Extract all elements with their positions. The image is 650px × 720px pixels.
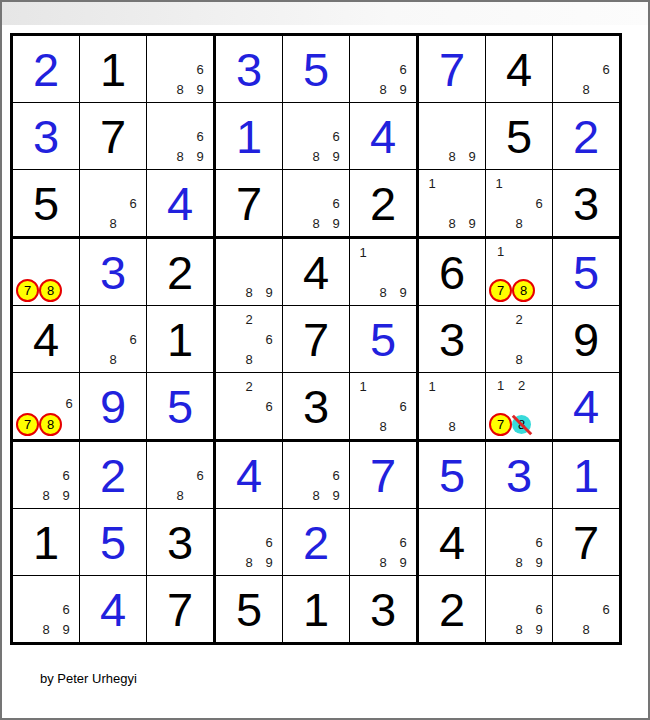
candidate-grid: 689 bbox=[147, 103, 213, 169]
candidate-digit: 9 bbox=[393, 552, 413, 572]
cell-r9c3[interactable]: 7 bbox=[147, 576, 216, 642]
cell-r5c6[interactable]: 5 bbox=[350, 306, 419, 373]
cell-r6c4[interactable]: 26 bbox=[216, 373, 283, 442]
cell-r2c2[interactable]: 7 bbox=[80, 103, 147, 170]
candidate-cell: 7 bbox=[489, 279, 512, 302]
cell-r5c9[interactable]: 9 bbox=[553, 306, 619, 373]
cell-r2c9[interactable]: 2 bbox=[553, 103, 619, 170]
candidate-grid: 689 bbox=[350, 509, 416, 575]
candidate-grid: 68 bbox=[553, 576, 619, 642]
cell-r6c9[interactable]: 4 bbox=[553, 373, 619, 442]
candidate-grid: 678 bbox=[13, 373, 79, 439]
candidate-grid: 689 bbox=[486, 509, 552, 575]
candidate-digit: 8 bbox=[239, 552, 259, 572]
candidate-grid: 689 bbox=[486, 576, 552, 642]
cell-r4c5[interactable]: 4 bbox=[283, 239, 350, 306]
author-credit: by Peter Urhegyi bbox=[40, 671, 648, 686]
given-digit: 7 bbox=[100, 113, 126, 160]
candidate-digit: 6 bbox=[393, 59, 413, 79]
cell-r1c3[interactable]: 689 bbox=[147, 36, 216, 103]
cell-r5c3[interactable]: 1 bbox=[147, 306, 216, 373]
cell-r1c2[interactable]: 1 bbox=[80, 36, 147, 103]
given-digit: 7 bbox=[303, 316, 329, 363]
candidate-digit: 8 bbox=[373, 416, 393, 436]
circled-candidate[interactable]: 7 bbox=[489, 413, 512, 436]
candidate-digit: 9 bbox=[462, 146, 482, 166]
given-digit: 1 bbox=[303, 586, 329, 633]
solved-digit: 5 bbox=[573, 249, 599, 296]
circled-candidate[interactable]: 8 bbox=[39, 279, 62, 302]
cell-r2c5[interactable]: 689 bbox=[283, 103, 350, 170]
given-digit: 5 bbox=[236, 586, 262, 633]
given-digit: 9 bbox=[573, 316, 599, 363]
candidate-digit: 2 bbox=[239, 376, 259, 396]
solved-digit: 3 bbox=[100, 249, 126, 296]
candidate-grid: 178 bbox=[486, 239, 552, 305]
given-digit: 3 bbox=[167, 519, 193, 566]
cell-r6c6[interactable]: 168 bbox=[350, 373, 419, 442]
candidate-digit: 6 bbox=[326, 126, 346, 146]
solved-digit: 3 bbox=[506, 452, 532, 499]
cell-r4c2[interactable]: 3 bbox=[80, 239, 147, 306]
candidate-digit: 8 bbox=[103, 349, 123, 369]
cell-r8c5[interactable]: 2 bbox=[283, 509, 350, 576]
solved-digit: 5 bbox=[303, 46, 329, 93]
candidate-grid: 689 bbox=[216, 509, 282, 575]
cell-r7c2[interactable]: 2 bbox=[80, 442, 147, 509]
candidate-cell: 8 bbox=[39, 413, 62, 436]
candidate-digit: 9 bbox=[326, 213, 346, 233]
candidate-grid: 689 bbox=[283, 442, 349, 508]
cell-r8c6[interactable]: 689 bbox=[350, 509, 419, 576]
solved-digit: 5 bbox=[100, 519, 126, 566]
cell-r1c9[interactable]: 68 bbox=[553, 36, 619, 103]
candidate-digit: 8 bbox=[509, 213, 529, 233]
cell-r5c2[interactable]: 68 bbox=[80, 306, 147, 373]
candidate-digit: 9 bbox=[259, 552, 279, 572]
candidate-digit: 9 bbox=[190, 146, 210, 166]
cell-r1c5[interactable]: 5 bbox=[283, 36, 350, 103]
candidate-digit: 1 bbox=[353, 242, 373, 262]
given-digit: 2 bbox=[439, 586, 465, 633]
cell-r4c7[interactable]: 6 bbox=[419, 239, 486, 306]
cell-r2c7[interactable]: 89 bbox=[419, 103, 486, 170]
candidate-digit: 9 bbox=[190, 79, 210, 99]
cell-r9c2[interactable]: 4 bbox=[80, 576, 147, 642]
given-digit: 4 bbox=[506, 46, 532, 93]
solved-digit: 4 bbox=[370, 113, 396, 160]
candidate-digit: 8 bbox=[239, 282, 259, 302]
cell-r3c1[interactable]: 5 bbox=[13, 170, 80, 239]
candidate-digit: 8 bbox=[509, 552, 529, 572]
cell-r8c3[interactable]: 3 bbox=[147, 509, 216, 576]
candidate-digit: 9 bbox=[393, 79, 413, 99]
given-digit: 3 bbox=[573, 180, 599, 227]
cell-r7c1[interactable]: 689 bbox=[13, 442, 80, 509]
solved-digit: 9 bbox=[100, 383, 126, 430]
circled-candidate[interactable]: 8 bbox=[39, 413, 62, 436]
given-digit: 3 bbox=[303, 383, 329, 430]
candidate-grid: 26 bbox=[216, 373, 282, 439]
candidate-digit: 8 bbox=[170, 79, 190, 99]
cell-r2c3[interactable]: 689 bbox=[147, 103, 216, 170]
given-digit: 4 bbox=[439, 519, 465, 566]
cell-r4c8[interactable]: 178 bbox=[486, 239, 553, 306]
cell-r8c2[interactable]: 5 bbox=[80, 509, 147, 576]
solved-digit: 3 bbox=[236, 46, 262, 93]
candidate-digit: 6 bbox=[56, 465, 76, 485]
candidate-digit: 6 bbox=[62, 395, 76, 414]
solved-digit: 4 bbox=[573, 383, 599, 430]
cell-r7c7[interactable]: 5 bbox=[419, 442, 486, 509]
candidate-digit: 2 bbox=[239, 309, 259, 329]
candidate-digit: 8 bbox=[576, 79, 596, 99]
candidate-digit: 8 bbox=[373, 79, 393, 99]
candidate-grid: 689 bbox=[283, 103, 349, 169]
cell-r9c8[interactable]: 689 bbox=[486, 576, 553, 642]
solved-digit: 4 bbox=[167, 180, 193, 227]
cell-r9c1[interactable]: 689 bbox=[13, 576, 80, 642]
candidate-cell: 7 bbox=[489, 413, 512, 436]
candidate-digit: 1 bbox=[489, 242, 512, 261]
cell-r6c1[interactable]: 678 bbox=[13, 373, 80, 442]
candidate-digit: 6 bbox=[596, 599, 616, 619]
candidate-digit: 8 bbox=[576, 619, 596, 639]
candidate-digit: 6 bbox=[190, 59, 210, 79]
cell-r9c4[interactable]: 5 bbox=[216, 576, 283, 642]
given-digit: 2 bbox=[167, 249, 193, 296]
candidate-grid: 89 bbox=[216, 239, 282, 305]
cell-r3c8[interactable]: 168 bbox=[486, 170, 553, 239]
candidate-digit: 1 bbox=[422, 173, 442, 193]
sudoku-board: 2168935689746837689168948952568476892189… bbox=[10, 33, 622, 645]
cell-r6c8[interactable]: 1278 bbox=[486, 373, 553, 442]
candidate-grid: 689 bbox=[13, 576, 79, 642]
given-digit: 7 bbox=[573, 519, 599, 566]
candidate-digit: 8 bbox=[442, 416, 462, 436]
circled-candidate[interactable]: 8 bbox=[512, 279, 535, 302]
cell-r7c9[interactable]: 1 bbox=[553, 442, 619, 509]
candidate-digit: 8 bbox=[36, 485, 56, 505]
eliminated-candidate[interactable]: 8 bbox=[512, 415, 531, 434]
cell-r8c1[interactable]: 1 bbox=[13, 509, 80, 576]
cell-r3c9[interactable]: 3 bbox=[553, 170, 619, 239]
cell-r3c2[interactable]: 68 bbox=[80, 170, 147, 239]
candidate-digit: 2 bbox=[512, 376, 531, 395]
cell-r1c1[interactable]: 2 bbox=[13, 36, 80, 103]
solved-digit: 5 bbox=[439, 452, 465, 499]
given-digit: 5 bbox=[33, 180, 59, 227]
circled-candidate[interactable]: 7 bbox=[16, 413, 39, 436]
cell-r6c5[interactable]: 3 bbox=[283, 373, 350, 442]
candidate-digit: 8 bbox=[36, 619, 56, 639]
cell-r9c5[interactable]: 1 bbox=[283, 576, 350, 642]
given-digit: 7 bbox=[236, 180, 262, 227]
candidate-digit: 2 bbox=[509, 309, 529, 329]
cell-r2c8[interactable]: 5 bbox=[486, 103, 553, 170]
given-digit: 7 bbox=[167, 586, 193, 633]
candidate-digit: 6 bbox=[393, 532, 413, 552]
candidate-digit: 8 bbox=[373, 282, 393, 302]
cell-r5c5[interactable]: 7 bbox=[283, 306, 350, 373]
solved-digit: 7 bbox=[439, 46, 465, 93]
given-digit: 6 bbox=[439, 249, 465, 296]
cell-r8c4[interactable]: 689 bbox=[216, 509, 283, 576]
candidate-grid: 78 bbox=[13, 239, 79, 305]
given-digit: 1 bbox=[100, 46, 126, 93]
candidate-digit: 8 bbox=[306, 146, 326, 166]
candidate-grid: 189 bbox=[419, 170, 485, 236]
candidate-digit: 9 bbox=[259, 282, 279, 302]
candidate-grid: 689 bbox=[283, 170, 349, 236]
cell-r3c5[interactable]: 689 bbox=[283, 170, 350, 239]
candidate-digit: 6 bbox=[326, 465, 346, 485]
cell-r3c7[interactable]: 189 bbox=[419, 170, 486, 239]
cell-r9c6[interactable]: 3 bbox=[350, 576, 419, 642]
candidate-grid: 68 bbox=[553, 36, 619, 102]
solved-digit: 5 bbox=[370, 316, 396, 363]
candidate-digit: 6 bbox=[190, 465, 210, 485]
cell-r1c7[interactable]: 7 bbox=[419, 36, 486, 103]
candidate-digit: 6 bbox=[529, 599, 549, 619]
cell-r1c4[interactable]: 3 bbox=[216, 36, 283, 103]
cell-r4c9[interactable]: 5 bbox=[553, 239, 619, 306]
given-digit: 2 bbox=[370, 180, 396, 227]
solved-digit: 2 bbox=[573, 113, 599, 160]
cell-r6c3[interactable]: 5 bbox=[147, 373, 216, 442]
solved-digit: 3 bbox=[33, 113, 59, 160]
candidate-digit: 6 bbox=[56, 599, 76, 619]
cell-r3c4[interactable]: 7 bbox=[216, 170, 283, 239]
given-digit: 3 bbox=[439, 316, 465, 363]
cell-r9c7[interactable]: 2 bbox=[419, 576, 486, 642]
top-gradient-bar bbox=[2, 2, 648, 26]
candidate-digit: 9 bbox=[326, 146, 346, 166]
given-digit: 4 bbox=[303, 249, 329, 296]
candidate-grid: 28 bbox=[486, 306, 552, 372]
candidate-grid: 189 bbox=[350, 239, 416, 305]
cell-r4c3[interactable]: 2 bbox=[147, 239, 216, 306]
app-window: 2168935689746837689168948952568476892189… bbox=[0, 0, 650, 720]
cell-r2c6[interactable]: 4 bbox=[350, 103, 419, 170]
candidate-grid: 18 bbox=[419, 373, 485, 439]
candidate-digit: 8 bbox=[239, 349, 259, 369]
candidate-digit: 6 bbox=[596, 59, 616, 79]
cell-r8c8[interactable]: 689 bbox=[486, 509, 553, 576]
given-digit: 1 bbox=[167, 316, 193, 363]
candidate-grid: 68 bbox=[80, 306, 146, 372]
given-digit: 4 bbox=[33, 316, 59, 363]
cell-r7c6[interactable]: 7 bbox=[350, 442, 419, 509]
solved-digit: 2 bbox=[33, 46, 59, 93]
candidate-digit: 6 bbox=[190, 126, 210, 146]
candidate-cell: 7 bbox=[16, 279, 39, 302]
solved-digit: 4 bbox=[236, 452, 262, 499]
given-digit: 3 bbox=[370, 586, 396, 633]
candidate-digit: 1 bbox=[489, 173, 509, 193]
candidate-digit: 9 bbox=[56, 485, 76, 505]
candidate-digit: 6 bbox=[123, 193, 143, 213]
cell-r8c7[interactable]: 4 bbox=[419, 509, 486, 576]
candidate-grid: 689 bbox=[13, 442, 79, 508]
cell-r1c6[interactable]: 689 bbox=[350, 36, 419, 103]
candidate-digit: 6 bbox=[123, 329, 143, 349]
candidate-digit: 9 bbox=[393, 282, 413, 302]
candidate-digit: 6 bbox=[529, 532, 549, 552]
candidate-digit: 1 bbox=[353, 376, 373, 396]
candidate-digit: 8 bbox=[442, 213, 462, 233]
cell-r3c3[interactable]: 4 bbox=[147, 170, 216, 239]
cell-r4c4[interactable]: 89 bbox=[216, 239, 283, 306]
candidate-digit: 6 bbox=[326, 193, 346, 213]
cell-r3c6[interactable]: 2 bbox=[350, 170, 419, 239]
candidate-grid: 689 bbox=[147, 36, 213, 102]
candidate-digit: 8 bbox=[306, 485, 326, 505]
candidate-digit: 8 bbox=[306, 213, 326, 233]
candidate-grid: 68 bbox=[147, 442, 213, 508]
candidate-digit: 9 bbox=[326, 485, 346, 505]
candidate-digit: 9 bbox=[462, 213, 482, 233]
cell-r7c4[interactable]: 4 bbox=[216, 442, 283, 509]
solved-digit: 1 bbox=[573, 452, 599, 499]
candidate-digit: 6 bbox=[529, 193, 549, 213]
candidate-digit: 9 bbox=[529, 552, 549, 572]
candidate-grid: 689 bbox=[350, 36, 416, 102]
candidate-digit: 8 bbox=[509, 349, 529, 369]
candidate-digit: 8 bbox=[442, 146, 462, 166]
cell-r4c1[interactable]: 78 bbox=[13, 239, 80, 306]
cell-r2c4[interactable]: 1 bbox=[216, 103, 283, 170]
candidate-digit: 6 bbox=[259, 396, 279, 416]
candidate-grid: 268 bbox=[216, 306, 282, 372]
circled-candidate[interactable]: 7 bbox=[16, 279, 39, 302]
cell-r9c9[interactable]: 68 bbox=[553, 576, 619, 642]
candidate-digit: 8 bbox=[103, 213, 123, 233]
cell-r5c1[interactable]: 4 bbox=[13, 306, 80, 373]
cell-r2c1[interactable]: 3 bbox=[13, 103, 80, 170]
candidate-digit: 6 bbox=[393, 396, 413, 416]
candidate-grid: 168 bbox=[486, 170, 552, 236]
solved-digit: 2 bbox=[100, 452, 126, 499]
candidate-digit: 8 bbox=[373, 552, 393, 572]
candidate-digit: 8 bbox=[170, 485, 190, 505]
cell-r5c7[interactable]: 3 bbox=[419, 306, 486, 373]
solved-digit: 1 bbox=[236, 113, 262, 160]
cell-r5c4[interactable]: 268 bbox=[216, 306, 283, 373]
candidate-digit: 1 bbox=[422, 376, 442, 396]
candidate-digit: 8 bbox=[170, 146, 190, 166]
solved-digit: 4 bbox=[100, 586, 126, 633]
candidate-cell: 8 bbox=[39, 279, 62, 302]
cell-r7c8[interactable]: 3 bbox=[486, 442, 553, 509]
given-digit: 1 bbox=[33, 519, 59, 566]
candidate-grid: 168 bbox=[350, 373, 416, 439]
cell-r4c6[interactable]: 189 bbox=[350, 239, 419, 306]
solved-digit: 7 bbox=[370, 452, 396, 499]
candidate-digit: 6 bbox=[259, 532, 279, 552]
cell-r6c2[interactable]: 9 bbox=[80, 373, 147, 442]
solved-digit: 2 bbox=[303, 519, 329, 566]
candidate-grid: 1278 bbox=[486, 373, 552, 439]
candidate-digit: 1 bbox=[489, 376, 512, 395]
candidate-grid: 68 bbox=[80, 170, 146, 236]
cell-r7c3[interactable]: 68 bbox=[147, 442, 216, 509]
circled-candidate[interactable]: 7 bbox=[489, 279, 512, 302]
candidate-grid: 89 bbox=[419, 103, 485, 169]
cell-r8c9[interactable]: 7 bbox=[553, 509, 619, 576]
candidate-digit: 8 bbox=[509, 619, 529, 639]
given-digit: 5 bbox=[506, 113, 532, 160]
candidate-digit: 9 bbox=[56, 619, 76, 639]
candidate-cell: 7 bbox=[16, 413, 39, 436]
cell-r7c5[interactable]: 689 bbox=[283, 442, 350, 509]
cell-r5c8[interactable]: 28 bbox=[486, 306, 553, 373]
solved-digit: 5 bbox=[167, 383, 193, 430]
candidate-digit: 6 bbox=[259, 329, 279, 349]
candidate-cell: 8 bbox=[512, 413, 531, 436]
cell-r6c7[interactable]: 18 bbox=[419, 373, 486, 442]
candidate-digit: 9 bbox=[529, 619, 549, 639]
candidate-cell: 8 bbox=[512, 279, 535, 302]
cell-r1c8[interactable]: 4 bbox=[486, 36, 553, 103]
